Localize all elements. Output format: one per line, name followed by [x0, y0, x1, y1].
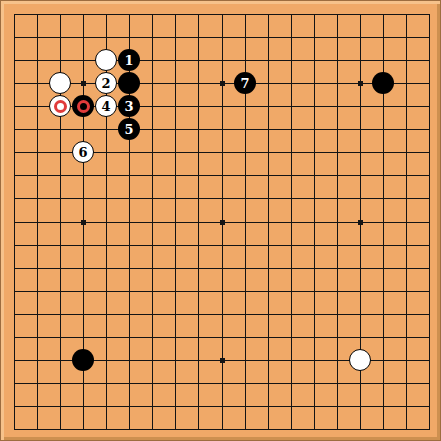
stone-black-D4 — [72, 349, 94, 371]
move-number: 7 — [240, 77, 249, 90]
move-number: 1 — [124, 54, 133, 67]
grid-line-vertical — [268, 14, 269, 430]
grid-line-horizontal — [14, 406, 430, 407]
move-number: 4 — [101, 100, 110, 113]
star-point — [81, 220, 86, 225]
star-point — [81, 81, 86, 86]
grid-line-horizontal — [14, 383, 430, 384]
stone-white-D13: 6 — [72, 141, 94, 163]
stone-white-C15 — [49, 95, 71, 117]
grid-line-vertical — [291, 14, 292, 430]
grid-line-horizontal — [14, 337, 430, 338]
stone-black-F17: 1 — [118, 49, 140, 71]
grid-line-horizontal — [14, 268, 430, 269]
stone-white-E16: 2 — [95, 72, 117, 94]
stone-black-F14: 5 — [118, 118, 140, 140]
stone-black-D15 — [72, 95, 94, 117]
stone-white-C16 — [49, 72, 71, 94]
stone-black-R16 — [372, 72, 394, 94]
go-board-surface[interactable]: 1274356 — [1, 1, 440, 440]
stone-black-L16: 7 — [234, 72, 256, 94]
move-number: 5 — [124, 123, 133, 136]
grid-line-vertical — [314, 14, 315, 430]
star-point — [220, 358, 225, 363]
grid-line-horizontal — [14, 314, 430, 315]
move-number: 2 — [101, 77, 110, 90]
grid-line-vertical — [429, 14, 430, 430]
move-number: 6 — [78, 146, 87, 159]
grid-line-vertical — [406, 14, 407, 430]
circle-marker-icon — [77, 100, 90, 113]
grid-line-horizontal — [14, 245, 430, 246]
stone-white-E15: 4 — [95, 95, 117, 117]
star-point — [220, 220, 225, 225]
grid-line-horizontal — [14, 291, 430, 292]
circle-marker-icon — [54, 100, 67, 113]
star-point — [358, 220, 363, 225]
star-point — [358, 81, 363, 86]
go-board: 1274356 — [0, 0, 441, 441]
grid-line-horizontal — [14, 429, 430, 430]
move-number: 3 — [124, 100, 133, 113]
grid-line-vertical — [337, 14, 338, 430]
stone-white-Q4 — [349, 349, 371, 371]
stone-black-F16 — [118, 72, 140, 94]
stone-black-F15: 3 — [118, 95, 140, 117]
stone-white-E17 — [95, 49, 117, 71]
star-point — [220, 81, 225, 86]
